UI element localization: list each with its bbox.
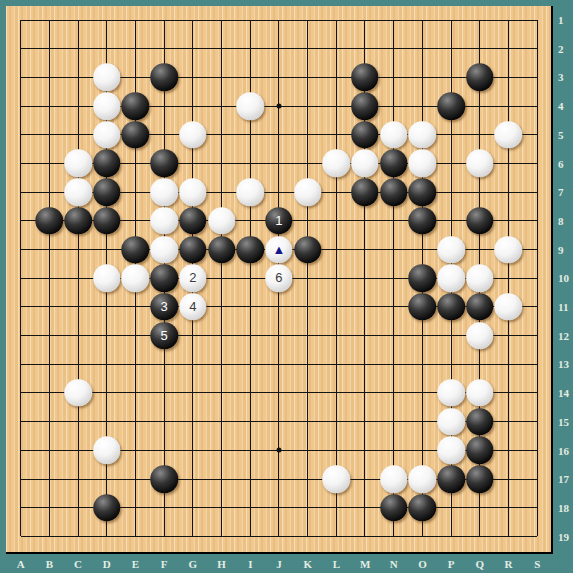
intersection-C3[interactable]: [64, 63, 93, 92]
intersection-M2[interactable]: [351, 34, 380, 63]
intersection-M9[interactable]: [351, 235, 380, 264]
intersection-N17[interactable]: [379, 465, 408, 494]
intersection-F15[interactable]: [150, 407, 179, 436]
intersection-B17[interactable]: [35, 465, 64, 494]
intersection-M17[interactable]: [351, 465, 380, 494]
black-stone-Q15[interactable]: [466, 408, 494, 436]
intersection-B12[interactable]: [35, 321, 64, 350]
intersection-G14[interactable]: [178, 379, 207, 408]
intersection-E4[interactable]: [121, 92, 150, 121]
black-stone-F11[interactable]: 3: [150, 293, 178, 321]
intersection-B14[interactable]: [35, 379, 64, 408]
intersection-C2[interactable]: [64, 34, 93, 63]
intersection-C14[interactable]: [64, 379, 93, 408]
intersection-C16[interactable]: [64, 436, 93, 465]
intersection-B13[interactable]: [35, 350, 64, 379]
intersection-R6[interactable]: [494, 149, 523, 178]
intersection-D6[interactable]: [92, 149, 121, 178]
intersection-R15[interactable]: [494, 407, 523, 436]
intersection-O3[interactable]: [408, 63, 437, 92]
intersection-N6[interactable]: [379, 149, 408, 178]
black-stone-N18[interactable]: [380, 494, 408, 522]
intersection-S8[interactable]: [523, 206, 552, 235]
intersection-E7[interactable]: [121, 178, 150, 207]
intersection-G11[interactable]: 4: [178, 293, 207, 322]
white-stone-Q10[interactable]: [466, 264, 494, 292]
intersection-M11[interactable]: [351, 293, 380, 322]
intersection-L11[interactable]: [322, 293, 351, 322]
intersection-R7[interactable]: [494, 178, 523, 207]
white-stone-I4[interactable]: [236, 92, 264, 120]
intersection-O4[interactable]: [408, 92, 437, 121]
intersection-J1[interactable]: [265, 6, 294, 35]
intersection-M4[interactable]: [351, 92, 380, 121]
white-stone-P15[interactable]: [437, 408, 465, 436]
intersection-B5[interactable]: [35, 120, 64, 149]
white-stone-F7[interactable]: [150, 178, 178, 206]
intersection-C18[interactable]: [64, 493, 93, 522]
intersection-G10[interactable]: 2: [178, 264, 207, 293]
intersection-M13[interactable]: [351, 350, 380, 379]
black-stone-K9[interactable]: [294, 236, 322, 264]
intersection-F6[interactable]: [150, 149, 179, 178]
intersection-S4[interactable]: [523, 92, 552, 121]
intersection-K7[interactable]: [293, 178, 322, 207]
intersection-L15[interactable]: [322, 407, 351, 436]
intersection-S15[interactable]: [523, 407, 552, 436]
intersection-N12[interactable]: [379, 321, 408, 350]
intersection-C19[interactable]: [64, 522, 93, 551]
black-stone-F17[interactable]: [150, 465, 178, 493]
intersection-R19[interactable]: [494, 522, 523, 551]
intersection-O18[interactable]: [408, 493, 437, 522]
intersection-K6[interactable]: [293, 149, 322, 178]
intersection-G13[interactable]: [178, 350, 207, 379]
intersection-S16[interactable]: [523, 436, 552, 465]
intersection-D1[interactable]: [92, 6, 121, 35]
intersection-S11[interactable]: [523, 293, 552, 322]
intersection-O7[interactable]: [408, 178, 437, 207]
white-stone-P9[interactable]: [437, 236, 465, 264]
intersection-J13[interactable]: [265, 350, 294, 379]
intersection-K4[interactable]: [293, 92, 322, 121]
intersection-H13[interactable]: [207, 350, 236, 379]
intersection-J11[interactable]: [265, 293, 294, 322]
intersection-D15[interactable]: [92, 407, 121, 436]
intersection-A18[interactable]: [6, 493, 35, 522]
white-stone-G7[interactable]: [179, 178, 207, 206]
intersection-N15[interactable]: [379, 407, 408, 436]
black-stone-D18[interactable]: [93, 494, 121, 522]
intersection-Q13[interactable]: [465, 350, 494, 379]
intersection-J3[interactable]: [265, 63, 294, 92]
intersection-E12[interactable]: [121, 321, 150, 350]
intersection-C17[interactable]: [64, 465, 93, 494]
black-stone-M4[interactable]: [351, 92, 379, 120]
intersection-R17[interactable]: [494, 465, 523, 494]
white-stone-D16[interactable]: [93, 437, 121, 465]
intersection-I9[interactable]: [236, 235, 265, 264]
intersection-I17[interactable]: [236, 465, 265, 494]
intersection-A2[interactable]: [6, 34, 35, 63]
intersection-K5[interactable]: [293, 120, 322, 149]
white-stone-H8[interactable]: [208, 207, 236, 235]
black-stone-O11[interactable]: [409, 293, 437, 321]
intersection-C12[interactable]: [64, 321, 93, 350]
intersection-A5[interactable]: [6, 120, 35, 149]
intersection-B18[interactable]: [35, 493, 64, 522]
intersection-S2[interactable]: [523, 34, 552, 63]
white-stone-G10[interactable]: 2: [179, 264, 207, 292]
intersection-I19[interactable]: [236, 522, 265, 551]
intersection-E15[interactable]: [121, 407, 150, 436]
intersection-D12[interactable]: [92, 321, 121, 350]
intersection-K13[interactable]: [293, 350, 322, 379]
intersection-M6[interactable]: [351, 149, 380, 178]
intersection-Q19[interactable]: [465, 522, 494, 551]
intersection-Q14[interactable]: [465, 379, 494, 408]
intersection-H6[interactable]: [207, 149, 236, 178]
white-stone-N17[interactable]: [380, 465, 408, 493]
intersection-A12[interactable]: [6, 321, 35, 350]
intersection-P7[interactable]: [437, 178, 466, 207]
intersection-H1[interactable]: [207, 6, 236, 35]
intersection-H10[interactable]: [207, 264, 236, 293]
intersection-G3[interactable]: [178, 63, 207, 92]
intersection-J17[interactable]: [265, 465, 294, 494]
intersection-C4[interactable]: [64, 92, 93, 121]
intersection-O19[interactable]: [408, 522, 437, 551]
intersection-O13[interactable]: [408, 350, 437, 379]
white-stone-F9[interactable]: [150, 236, 178, 264]
black-stone-C8[interactable]: [64, 207, 92, 235]
black-stone-D8[interactable]: [93, 207, 121, 235]
intersection-D9[interactable]: [92, 235, 121, 264]
intersection-M8[interactable]: [351, 206, 380, 235]
intersection-D17[interactable]: [92, 465, 121, 494]
intersection-R1[interactable]: [494, 6, 523, 35]
intersection-P6[interactable]: [437, 149, 466, 178]
black-stone-P11[interactable]: [437, 293, 465, 321]
white-stone-P16[interactable]: [437, 437, 465, 465]
intersection-H9[interactable]: [207, 235, 236, 264]
intersection-H8[interactable]: [207, 206, 236, 235]
intersection-F11[interactable]: 3: [150, 293, 179, 322]
intersection-L6[interactable]: [322, 149, 351, 178]
intersection-K15[interactable]: [293, 407, 322, 436]
intersection-B11[interactable]: [35, 293, 64, 322]
intersection-A1[interactable]: [6, 6, 35, 35]
intersection-P9[interactable]: [437, 235, 466, 264]
intersection-L16[interactable]: [322, 436, 351, 465]
intersection-D4[interactable]: [92, 92, 121, 121]
white-stone-O17[interactable]: [409, 465, 437, 493]
intersection-L2[interactable]: [322, 34, 351, 63]
intersection-D5[interactable]: [92, 120, 121, 149]
intersection-R8[interactable]: [494, 206, 523, 235]
intersection-I2[interactable]: [236, 34, 265, 63]
black-stone-D6[interactable]: [93, 150, 121, 178]
intersection-I1[interactable]: [236, 6, 265, 35]
intersection-I8[interactable]: [236, 206, 265, 235]
intersection-K10[interactable]: [293, 264, 322, 293]
intersection-G18[interactable]: [178, 493, 207, 522]
intersection-O8[interactable]: [408, 206, 437, 235]
intersection-E2[interactable]: [121, 34, 150, 63]
intersection-C8[interactable]: [64, 206, 93, 235]
white-stone-M6[interactable]: [351, 150, 379, 178]
white-stone-D10[interactable]: [93, 264, 121, 292]
intersection-R2[interactable]: [494, 34, 523, 63]
black-stone-P17[interactable]: [437, 465, 465, 493]
intersection-O9[interactable]: [408, 235, 437, 264]
intersection-S12[interactable]: [523, 321, 552, 350]
intersection-F1[interactable]: [150, 6, 179, 35]
intersection-M15[interactable]: [351, 407, 380, 436]
intersection-L13[interactable]: [322, 350, 351, 379]
intersection-L9[interactable]: [322, 235, 351, 264]
intersection-Q5[interactable]: [465, 120, 494, 149]
intersection-B1[interactable]: [35, 6, 64, 35]
intersection-L17[interactable]: [322, 465, 351, 494]
intersection-N1[interactable]: [379, 6, 408, 35]
intersection-B10[interactable]: [35, 264, 64, 293]
intersection-B9[interactable]: [35, 235, 64, 264]
intersection-N4[interactable]: [379, 92, 408, 121]
intersection-R14[interactable]: [494, 379, 523, 408]
intersection-M1[interactable]: [351, 6, 380, 35]
intersection-B19[interactable]: [35, 522, 64, 551]
intersection-E3[interactable]: [121, 63, 150, 92]
intersection-O16[interactable]: [408, 436, 437, 465]
black-stone-O7[interactable]: [409, 178, 437, 206]
intersection-I15[interactable]: [236, 407, 265, 436]
intersection-P14[interactable]: [437, 379, 466, 408]
intersection-N7[interactable]: [379, 178, 408, 207]
intersection-I13[interactable]: [236, 350, 265, 379]
intersection-R3[interactable]: [494, 63, 523, 92]
intersection-A7[interactable]: [6, 178, 35, 207]
intersection-H14[interactable]: [207, 379, 236, 408]
intersection-F5[interactable]: [150, 120, 179, 149]
intersection-F18[interactable]: [150, 493, 179, 522]
intersection-H19[interactable]: [207, 522, 236, 551]
intersection-N2[interactable]: [379, 34, 408, 63]
intersection-L7[interactable]: [322, 178, 351, 207]
intersection-M14[interactable]: [351, 379, 380, 408]
intersection-N3[interactable]: [379, 63, 408, 92]
intersection-R18[interactable]: [494, 493, 523, 522]
intersection-A19[interactable]: [6, 522, 35, 551]
intersection-K19[interactable]: [293, 522, 322, 551]
black-stone-G9[interactable]: [179, 236, 207, 264]
intersection-K11[interactable]: [293, 293, 322, 322]
intersection-I18[interactable]: [236, 493, 265, 522]
black-stone-M7[interactable]: [351, 178, 379, 206]
intersection-H11[interactable]: [207, 293, 236, 322]
intersection-G8[interactable]: [178, 206, 207, 235]
intersection-P19[interactable]: [437, 522, 466, 551]
white-stone-D4[interactable]: [93, 92, 121, 120]
intersection-A14[interactable]: [6, 379, 35, 408]
intersection-J7[interactable]: [265, 178, 294, 207]
intersection-S17[interactable]: [523, 465, 552, 494]
intersection-S10[interactable]: [523, 264, 552, 293]
intersection-S14[interactable]: [523, 379, 552, 408]
intersection-G4[interactable]: [178, 92, 207, 121]
intersection-N13[interactable]: [379, 350, 408, 379]
intersection-K14[interactable]: [293, 379, 322, 408]
white-stone-L17[interactable]: [323, 465, 351, 493]
intersection-S9[interactable]: [523, 235, 552, 264]
intersection-C15[interactable]: [64, 407, 93, 436]
intersection-J18[interactable]: [265, 493, 294, 522]
intersection-H18[interactable]: [207, 493, 236, 522]
white-stone-R11[interactable]: [495, 293, 523, 321]
intersection-I6[interactable]: [236, 149, 265, 178]
black-stone-H9[interactable]: [208, 236, 236, 264]
intersection-A16[interactable]: [6, 436, 35, 465]
intersection-O2[interactable]: [408, 34, 437, 63]
intersection-S18[interactable]: [523, 493, 552, 522]
intersection-M12[interactable]: [351, 321, 380, 350]
intersection-H3[interactable]: [207, 63, 236, 92]
intersection-P16[interactable]: [437, 436, 466, 465]
intersection-I16[interactable]: [236, 436, 265, 465]
intersection-D3[interactable]: [92, 63, 121, 92]
intersection-D19[interactable]: [92, 522, 121, 551]
intersection-E11[interactable]: [121, 293, 150, 322]
white-stone-E10[interactable]: [122, 264, 150, 292]
intersection-L18[interactable]: [322, 493, 351, 522]
intersection-P15[interactable]: [437, 407, 466, 436]
intersection-I4[interactable]: [236, 92, 265, 121]
white-stone-L6[interactable]: [323, 150, 351, 178]
intersection-E6[interactable]: [121, 149, 150, 178]
intersection-M7[interactable]: [351, 178, 380, 207]
intersection-D18[interactable]: [92, 493, 121, 522]
intersection-I7[interactable]: [236, 178, 265, 207]
intersection-E17[interactable]: [121, 465, 150, 494]
white-stone-P10[interactable]: [437, 264, 465, 292]
intersection-P13[interactable]: [437, 350, 466, 379]
intersection-A3[interactable]: [6, 63, 35, 92]
intersection-Q3[interactable]: [465, 63, 494, 92]
intersection-F10[interactable]: [150, 264, 179, 293]
intersection-G5[interactable]: [178, 120, 207, 149]
intersection-E14[interactable]: [121, 379, 150, 408]
intersection-J2[interactable]: [265, 34, 294, 63]
intersection-L14[interactable]: [322, 379, 351, 408]
intersection-C9[interactable]: [64, 235, 93, 264]
intersection-G2[interactable]: [178, 34, 207, 63]
intersection-P11[interactable]: [437, 293, 466, 322]
intersection-O12[interactable]: [408, 321, 437, 350]
black-stone-O10[interactable]: [409, 264, 437, 292]
intersection-J12[interactable]: [265, 321, 294, 350]
black-stone-Q11[interactable]: [466, 293, 494, 321]
intersection-J8[interactable]: 1: [265, 206, 294, 235]
intersection-P12[interactable]: [437, 321, 466, 350]
intersection-M16[interactable]: [351, 436, 380, 465]
intersection-C7[interactable]: [64, 178, 93, 207]
intersection-J4[interactable]: [265, 92, 294, 121]
white-stone-Q14[interactable]: [466, 379, 494, 407]
intersection-J6[interactable]: [265, 149, 294, 178]
intersection-R5[interactable]: [494, 120, 523, 149]
intersection-H15[interactable]: [207, 407, 236, 436]
black-stone-O8[interactable]: [409, 207, 437, 235]
intersection-M19[interactable]: [351, 522, 380, 551]
intersection-G17[interactable]: [178, 465, 207, 494]
intersection-F17[interactable]: [150, 465, 179, 494]
intersection-L8[interactable]: [322, 206, 351, 235]
intersection-I10[interactable]: [236, 264, 265, 293]
intersection-J16[interactable]: [265, 436, 294, 465]
intersection-B8[interactable]: [35, 206, 64, 235]
black-stone-N7[interactable]: [380, 178, 408, 206]
intersection-D14[interactable]: [92, 379, 121, 408]
black-stone-Q16[interactable]: [466, 437, 494, 465]
intersection-G12[interactable]: [178, 321, 207, 350]
intersection-I11[interactable]: [236, 293, 265, 322]
intersection-S6[interactable]: [523, 149, 552, 178]
intersection-L3[interactable]: [322, 63, 351, 92]
intersection-P3[interactable]: [437, 63, 466, 92]
intersection-P2[interactable]: [437, 34, 466, 63]
intersection-M5[interactable]: [351, 120, 380, 149]
intersection-J5[interactable]: [265, 120, 294, 149]
white-stone-C14[interactable]: [64, 379, 92, 407]
intersection-S7[interactable]: [523, 178, 552, 207]
intersection-N11[interactable]: [379, 293, 408, 322]
intersection-H16[interactable]: [207, 436, 236, 465]
intersection-K16[interactable]: [293, 436, 322, 465]
intersection-E16[interactable]: [121, 436, 150, 465]
intersection-G9[interactable]: [178, 235, 207, 264]
intersection-O15[interactable]: [408, 407, 437, 436]
intersection-K18[interactable]: [293, 493, 322, 522]
intersection-D7[interactable]: [92, 178, 121, 207]
intersection-D2[interactable]: [92, 34, 121, 63]
white-stone-C7[interactable]: [64, 178, 92, 206]
black-stone-J8[interactable]: 1: [265, 207, 293, 235]
intersection-N18[interactable]: [379, 493, 408, 522]
black-stone-M5[interactable]: [351, 121, 379, 149]
intersection-B6[interactable]: [35, 149, 64, 178]
intersection-F13[interactable]: [150, 350, 179, 379]
intersection-A4[interactable]: [6, 92, 35, 121]
intersection-G1[interactable]: [178, 6, 207, 35]
intersection-E18[interactable]: [121, 493, 150, 522]
intersection-S13[interactable]: [523, 350, 552, 379]
black-stone-O18[interactable]: [409, 494, 437, 522]
intersection-R11[interactable]: [494, 293, 523, 322]
black-stone-F3[interactable]: [150, 64, 178, 92]
intersection-H5[interactable]: [207, 120, 236, 149]
intersection-S1[interactable]: [523, 6, 552, 35]
intersection-E10[interactable]: [121, 264, 150, 293]
white-stone-P14[interactable]: [437, 379, 465, 407]
intersection-Q2[interactable]: [465, 34, 494, 63]
intersection-R9[interactable]: [494, 235, 523, 264]
intersection-J14[interactable]: [265, 379, 294, 408]
intersection-G6[interactable]: [178, 149, 207, 178]
intersection-Q18[interactable]: [465, 493, 494, 522]
white-stone-G11[interactable]: 4: [179, 293, 207, 321]
intersection-J9[interactable]: ▲: [265, 235, 294, 264]
black-stone-Q3[interactable]: [466, 64, 494, 92]
